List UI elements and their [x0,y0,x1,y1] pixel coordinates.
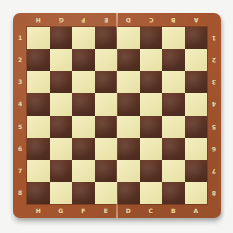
coordinate-label: 8 [207,182,221,204]
square-c3[interactable] [140,71,163,93]
square-g7[interactable] [50,160,73,182]
square-c7[interactable] [140,160,163,182]
square-b8[interactable] [162,182,185,204]
coordinate-label: 5 [13,116,27,138]
square-f4[interactable] [72,93,95,115]
square-h4[interactable] [27,93,50,115]
coordinate-label: 6 [207,138,221,160]
square-h3[interactable] [27,71,50,93]
coordinate-label: G [50,204,73,218]
rank-labels-right: 12345678 [207,27,221,204]
square-f7[interactable] [72,160,95,182]
square-d6[interactable] [117,138,140,160]
square-c4[interactable] [140,93,163,115]
coordinate-label: G [50,13,73,27]
square-a2[interactable] [185,49,208,71]
coordinate-label: C [140,13,163,27]
file-labels-bottom: HGFEDCBA [27,204,207,218]
coordinate-label: A [185,13,208,27]
square-a6[interactable] [185,138,208,160]
coordinate-label: A [185,204,208,218]
square-g4[interactable] [50,93,73,115]
square-h5[interactable] [27,116,50,138]
square-h8[interactable] [27,182,50,204]
square-h1[interactable] [27,27,50,49]
square-c6[interactable] [140,138,163,160]
square-e7[interactable] [95,160,118,182]
square-f8[interactable] [72,182,95,204]
coordinate-label: 5 [207,116,221,138]
square-c1[interactable] [140,27,163,49]
square-f2[interactable] [72,49,95,71]
square-g5[interactable] [50,116,73,138]
square-e2[interactable] [95,49,118,71]
square-d2[interactable] [117,49,140,71]
square-g6[interactable] [50,138,73,160]
coordinate-label: B [162,13,185,27]
square-d5[interactable] [117,116,140,138]
coordinate-label: 4 [207,93,221,115]
file-labels-top: HGFEDCBA [27,13,207,27]
coordinate-label: 2 [13,49,27,71]
coordinate-label: 1 [207,27,221,49]
coordinate-label: 1 [13,27,27,49]
square-a3[interactable] [185,71,208,93]
coordinate-label: E [95,204,118,218]
square-c8[interactable] [140,182,163,204]
coordinate-label: H [27,13,50,27]
square-b1[interactable] [162,27,185,49]
coordinate-label: B [162,204,185,218]
coordinate-label: F [72,204,95,218]
coordinate-label: 2 [207,49,221,71]
square-c5[interactable] [140,116,163,138]
coordinate-label: 7 [207,160,221,182]
square-d8[interactable] [117,182,140,204]
square-b6[interactable] [162,138,185,160]
square-d7[interactable] [117,160,140,182]
square-e1[interactable] [95,27,118,49]
square-b5[interactable] [162,116,185,138]
coordinate-label: 3 [13,71,27,93]
coordinate-label: 3 [207,71,221,93]
square-e3[interactable] [95,71,118,93]
chessboard: HGFEDCBA HGFEDCBA 12345678 12345678 [13,13,221,218]
square-d1[interactable] [117,27,140,49]
coordinate-label: D [117,204,140,218]
coordinate-label: E [95,13,118,27]
square-d3[interactable] [117,71,140,93]
square-e6[interactable] [95,138,118,160]
square-h2[interactable] [27,49,50,71]
coordinate-label: D [117,13,140,27]
square-f6[interactable] [72,138,95,160]
square-b7[interactable] [162,160,185,182]
square-f1[interactable] [72,27,95,49]
square-g2[interactable] [50,49,73,71]
coordinate-label: 4 [13,93,27,115]
coordinate-label: C [140,204,163,218]
square-b3[interactable] [162,71,185,93]
coordinate-label: 7 [13,160,27,182]
square-e8[interactable] [95,182,118,204]
square-f5[interactable] [72,116,95,138]
square-g8[interactable] [50,182,73,204]
square-a8[interactable] [185,182,208,204]
square-a1[interactable] [185,27,208,49]
square-c2[interactable] [140,49,163,71]
photo-background: HGFEDCBA HGFEDCBA 12345678 12345678 [0,0,233,233]
square-h6[interactable] [27,138,50,160]
board-grid [27,27,207,204]
square-a7[interactable] [185,160,208,182]
square-e5[interactable] [95,116,118,138]
rank-labels-left: 12345678 [13,27,27,204]
square-e4[interactable] [95,93,118,115]
coordinate-label: 8 [13,182,27,204]
square-b4[interactable] [162,93,185,115]
coordinate-label: H [27,204,50,218]
square-a5[interactable] [185,116,208,138]
square-d4[interactable] [117,93,140,115]
square-h7[interactable] [27,160,50,182]
coordinate-label: F [72,13,95,27]
coordinate-label: 6 [13,138,27,160]
square-a4[interactable] [185,93,208,115]
square-f3[interactable] [72,71,95,93]
square-g3[interactable] [50,71,73,93]
square-g1[interactable] [50,27,73,49]
square-b2[interactable] [162,49,185,71]
